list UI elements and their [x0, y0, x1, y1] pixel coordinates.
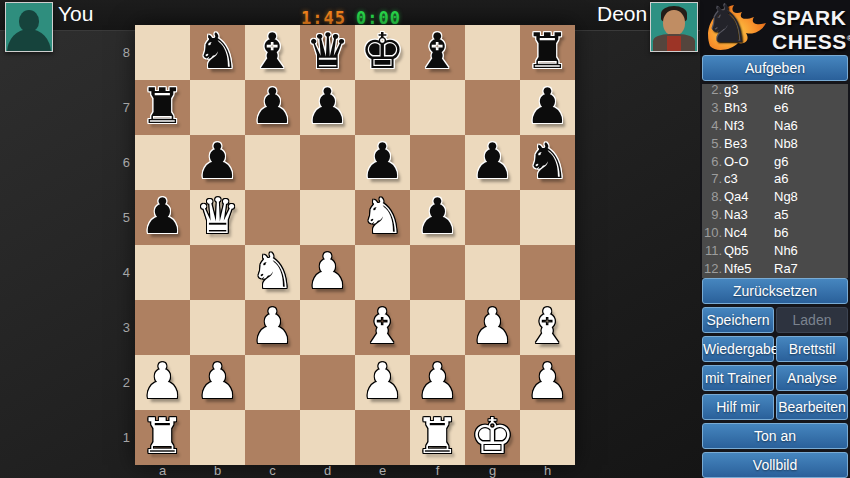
save-button[interactable]: Speichern	[702, 307, 774, 333]
square-d6[interactable]	[300, 135, 355, 190]
square-g4[interactable]	[465, 245, 520, 300]
square-a7[interactable]: ♜	[135, 80, 190, 135]
square-g3[interactable]: ♟	[465, 300, 520, 355]
help-me-button[interactable]: Hilf mir	[702, 394, 774, 420]
square-f7[interactable]	[410, 80, 465, 135]
rank-label-6: 6	[114, 135, 130, 190]
replay-button[interactable]: Wiedergabe	[702, 336, 774, 362]
piece-black-knight-h6[interactable]: ♞	[520, 135, 575, 190]
square-f3[interactable]	[410, 300, 465, 355]
move-number: 12.	[702, 260, 722, 278]
black-move: Ng8	[774, 188, 848, 206]
square-b3[interactable]	[190, 300, 245, 355]
piece-black-bishop-c8[interactable]: ♝	[245, 25, 300, 80]
sound-button[interactable]: Ton an	[702, 423, 848, 449]
piece-black-rook-h8[interactable]: ♜	[520, 25, 575, 80]
square-h3[interactable]: ♝	[520, 300, 575, 355]
file-label-c: c	[245, 464, 300, 478]
move-number: 11.	[702, 242, 722, 260]
square-b7[interactable]	[190, 80, 245, 135]
square-f6[interactable]	[410, 135, 465, 190]
piece-white-king-g1[interactable]: ♚	[465, 410, 520, 465]
square-c8[interactable]: ♝	[245, 25, 300, 80]
square-b2[interactable]: ♟	[190, 355, 245, 410]
rank-label-1: 1	[114, 410, 130, 465]
black-move: b6	[774, 224, 848, 242]
file-label-b: b	[190, 464, 245, 478]
rank-labels: 87654321	[114, 25, 130, 465]
square-d1[interactable]	[300, 410, 355, 465]
black-move: Nf6	[774, 84, 848, 99]
piece-black-rook-a7[interactable]: ♜	[135, 80, 190, 135]
move-number: 2.	[702, 84, 722, 99]
rank-label-2: 2	[114, 355, 130, 410]
piece-black-king-e8[interactable]: ♚	[355, 25, 410, 80]
move-row[interactable]: 7.c3a6	[702, 170, 848, 188]
move-number: 7.	[702, 170, 722, 188]
square-g5[interactable]	[465, 190, 520, 245]
piece-white-pawn-d4[interactable]: ♟	[300, 245, 355, 300]
move-number: 4.	[702, 117, 722, 135]
square-c2[interactable]	[245, 355, 300, 410]
load-button[interactable]: Laden	[776, 307, 848, 333]
file-label-f: f	[410, 464, 465, 478]
square-c4[interactable]: ♞	[245, 245, 300, 300]
piece-white-rook-f1[interactable]: ♜	[410, 410, 465, 465]
square-f5[interactable]: ♟	[410, 190, 465, 245]
file-label-e: e	[355, 464, 410, 478]
square-c6[interactable]	[245, 135, 300, 190]
piece-white-pawn-f2[interactable]: ♟	[410, 355, 465, 410]
square-e7[interactable]	[355, 80, 410, 135]
square-e3[interactable]: ♝	[355, 300, 410, 355]
file-label-g: g	[465, 464, 520, 478]
white-move: Be3	[722, 135, 774, 153]
square-h2[interactable]: ♟	[520, 355, 575, 410]
square-b8[interactable]: ♞	[190, 25, 245, 80]
analysis-button[interactable]: Analyse	[776, 365, 848, 391]
square-e4[interactable]	[355, 245, 410, 300]
piece-white-pawn-e2[interactable]: ♟	[355, 355, 410, 410]
move-row[interactable]: 3.Bh3e6	[702, 99, 848, 117]
move-number: 6.	[702, 153, 722, 171]
white-move: Nf3	[722, 117, 774, 135]
black-move: g6	[774, 153, 848, 171]
square-e1[interactable]	[355, 410, 410, 465]
piece-black-queen-d8[interactable]: ♛	[300, 25, 355, 80]
rank-label-7: 7	[114, 80, 130, 135]
move-number: 5.	[702, 135, 722, 153]
move-number: 3.	[702, 99, 722, 117]
move-list[interactable]: 2.g3Nf63.Bh3e64.Nf3Na65.Be3Nb86.O-Og67.c…	[702, 84, 848, 278]
white-move: O-O	[722, 153, 774, 171]
black-player-name: Deon	[597, 2, 647, 26]
white-move: Qa4	[722, 188, 774, 206]
square-d7[interactable]: ♟	[300, 80, 355, 135]
move-row[interactable]: 12.Nfe5Ra7	[702, 260, 848, 278]
square-h5[interactable]	[520, 190, 575, 245]
square-g1[interactable]: ♚	[465, 410, 520, 465]
rank-label-8: 8	[114, 25, 130, 80]
black-move: Na6	[774, 117, 848, 135]
move-row[interactable]: 10.Nc4b6	[702, 224, 848, 242]
move-row[interactable]: 6.O-Og6	[702, 153, 848, 171]
white-player-name: You	[58, 2, 93, 26]
move-row[interactable]: 8.Qa4Ng8	[702, 188, 848, 206]
square-e8[interactable]: ♚	[355, 25, 410, 80]
piece-black-knight-b8[interactable]: ♞	[190, 25, 245, 80]
piece-white-queen-b5[interactable]: ♛	[190, 190, 245, 245]
rank-label-4: 4	[114, 245, 130, 300]
piece-white-rook-a1[interactable]: ♜	[135, 410, 190, 465]
square-g2[interactable]	[465, 355, 520, 410]
piece-white-bishop-e3[interactable]: ♝	[355, 300, 410, 355]
square-b1[interactable]	[190, 410, 245, 465]
piece-black-pawn-h7[interactable]: ♟	[520, 80, 575, 135]
square-a2[interactable]: ♟	[135, 355, 190, 410]
move-number: 9.	[702, 206, 722, 224]
white-move: Na3	[722, 206, 774, 224]
square-b4[interactable]	[190, 245, 245, 300]
rank-label-3: 3	[114, 300, 130, 355]
square-a6[interactable]	[135, 135, 190, 190]
square-c1[interactable]	[245, 410, 300, 465]
square-c3[interactable]: ♟	[245, 300, 300, 355]
black-move: a5	[774, 206, 848, 224]
piece-black-pawn-c7[interactable]: ♟	[245, 80, 300, 135]
square-h7[interactable]: ♟	[520, 80, 575, 135]
file-label-h: h	[520, 464, 575, 478]
move-row[interactable]: 9.Na3a5	[702, 206, 848, 224]
avatar-portrait-icon	[667, 36, 681, 52]
square-b5[interactable]: ♛	[190, 190, 245, 245]
piece-white-pawn-a2[interactable]: ♟	[135, 355, 190, 410]
square-f8[interactable]: ♝	[410, 25, 465, 80]
black-move: a6	[774, 170, 848, 188]
piece-white-pawn-h2[interactable]: ♟	[520, 355, 575, 410]
piece-white-pawn-g3[interactable]: ♟	[465, 300, 520, 355]
file-labels: abcdefgh	[135, 464, 575, 478]
black-move: Nb8	[774, 135, 848, 153]
square-d4[interactable]: ♟	[300, 245, 355, 300]
white-player-avatar[interactable]	[5, 2, 53, 52]
piece-black-pawn-f5[interactable]: ♟	[410, 190, 465, 245]
white-move: g3	[722, 84, 774, 99]
piece-white-bishop-h3[interactable]: ♝	[520, 300, 575, 355]
square-d8[interactable]: ♛	[300, 25, 355, 80]
piece-white-knight-c4[interactable]: ♞	[245, 245, 300, 300]
square-b6[interactable]: ♟	[190, 135, 245, 190]
square-e5[interactable]: ♞	[355, 190, 410, 245]
piece-black-pawn-b6[interactable]: ♟	[190, 135, 245, 190]
move-number: 8.	[702, 188, 722, 206]
sparkchess-logo: ♞ SPARK CHESS®	[700, 0, 850, 56]
fullscreen-button[interactable]: Vollbild	[702, 452, 848, 478]
square-c5[interactable]	[245, 190, 300, 245]
square-g7[interactable]	[465, 80, 520, 135]
square-a1[interactable]: ♜	[135, 410, 190, 465]
move-row[interactable]: 11.Qb5Nh6	[702, 242, 848, 260]
square-h4[interactable]	[520, 245, 575, 300]
square-f4[interactable]	[410, 245, 465, 300]
logo-line2: CHESS	[772, 30, 847, 53]
square-e2[interactable]: ♟	[355, 355, 410, 410]
white-move: c3	[722, 170, 774, 188]
white-move: Qb5	[722, 242, 774, 260]
board-style-button[interactable]: Brettstil	[776, 336, 848, 362]
black-move: Ra7	[774, 260, 848, 278]
white-move: Nfe5	[722, 260, 774, 278]
piece-black-pawn-d7[interactable]: ♟	[300, 80, 355, 135]
square-a8[interactable]	[135, 25, 190, 80]
square-e6[interactable]: ♟	[355, 135, 410, 190]
game-area: You 1:45 0:00 Deon 87654321 ♞♝♛♚♝♜♜♟♟♟♟♟…	[0, 0, 700, 478]
white-move: Bh3	[722, 99, 774, 117]
square-f1[interactable]: ♜	[410, 410, 465, 465]
move-number: 10.	[702, 224, 722, 242]
square-h6[interactable]: ♞	[520, 135, 575, 190]
square-g8[interactable]	[465, 25, 520, 80]
square-g6[interactable]: ♟	[465, 135, 520, 190]
square-a4[interactable]	[135, 245, 190, 300]
sidebar: ♞ SPARK CHESS® Aufgeben 2.g3Nf63.Bh3e64.…	[700, 0, 850, 478]
file-label-a: a	[135, 464, 190, 478]
chess-board[interactable]: ♞♝♛♚♝♜♜♟♟♟♟♟♟♞♟♛♞♟♞♟♟♝♟♝♟♟♟♟♟♜♜♚	[135, 25, 575, 465]
logo-line1: SPARK	[772, 6, 846, 29]
move-row[interactable]: 2.g3Nf6	[702, 84, 848, 99]
knight-logo-icon: ♞	[704, 0, 751, 54]
logo-text: SPARK CHESS®	[772, 7, 850, 52]
black-move: e6	[774, 99, 848, 117]
piece-white-pawn-c3[interactable]: ♟	[245, 300, 300, 355]
white-move: Nc4	[722, 224, 774, 242]
square-c7[interactable]: ♟	[245, 80, 300, 135]
with-trainer-button[interactable]: mit Trainer	[702, 365, 774, 391]
reset-button[interactable]: Zurücksetzen	[702, 278, 848, 304]
square-h1[interactable]	[520, 410, 575, 465]
resign-button[interactable]: Aufgeben	[702, 55, 848, 81]
black-player-avatar[interactable]	[650, 2, 698, 52]
square-h8[interactable]: ♜	[520, 25, 575, 80]
avatar-silhouette-icon	[7, 29, 51, 52]
piece-black-pawn-a5[interactable]: ♟	[135, 190, 190, 245]
edit-button[interactable]: Bearbeiten	[776, 394, 848, 420]
black-move: Nh6	[774, 242, 848, 260]
piece-black-pawn-e6[interactable]: ♟	[355, 135, 410, 190]
avatar-portrait-icon	[663, 10, 685, 36]
move-row[interactable]: 5.Be3Nb8	[702, 135, 848, 153]
rank-label-5: 5	[114, 190, 130, 245]
square-d5[interactable]	[300, 190, 355, 245]
square-d2[interactable]	[300, 355, 355, 410]
file-label-d: d	[300, 464, 355, 478]
piece-black-bishop-f8[interactable]: ♝	[410, 25, 465, 80]
piece-white-knight-e5[interactable]: ♞	[355, 190, 410, 245]
square-f2[interactable]: ♟	[410, 355, 465, 410]
move-row[interactable]: 4.Nf3Na6	[702, 117, 848, 135]
square-a3[interactable]	[135, 300, 190, 355]
piece-white-pawn-b2[interactable]: ♟	[190, 355, 245, 410]
square-d3[interactable]	[300, 300, 355, 355]
square-a5[interactable]: ♟	[135, 190, 190, 245]
piece-black-pawn-g6[interactable]: ♟	[465, 135, 520, 190]
